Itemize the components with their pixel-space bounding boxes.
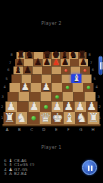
chess-board: 88♜♞♛♚♝♞♜77♟♟♟♟♟♟66♝♟55♝44♟♟3322♟♟♟♟♟♟11… xyxy=(0,52,103,132)
square-g6[interactable] xyxy=(71,67,81,75)
white-pawn-b4: ♟ xyxy=(21,82,30,92)
square-e8[interactable]: ♚ xyxy=(52,52,61,59)
capture-dot-h6[interactable] xyxy=(83,69,86,72)
board-rank-2: ♟♟♟♟♟♟ xyxy=(6,102,98,113)
rank-label-2: 2 xyxy=(99,105,101,109)
black-pawn-e7: ♟ xyxy=(52,58,59,66)
square-f2[interactable]: ♟ xyxy=(63,102,75,113)
black-bishop-f8: ♝ xyxy=(61,50,69,59)
square-c2[interactable]: ♟ xyxy=(29,102,41,113)
file-label-G: G xyxy=(78,128,83,133)
square-g4[interactable] xyxy=(73,83,84,92)
square-b8[interactable]: ♞ xyxy=(25,52,34,59)
square-a1[interactable]: ♜ xyxy=(4,112,16,124)
white-pawn-f2: ♟ xyxy=(64,101,74,112)
rank-label-5: 5 xyxy=(6,77,8,81)
black-pawn-b6: ♟ xyxy=(24,66,32,75)
white-knight-g1: ♞ xyxy=(76,111,87,124)
move-dot-e3[interactable] xyxy=(55,95,59,99)
square-b3[interactable] xyxy=(19,92,30,102)
square-g1[interactable]: ♞ xyxy=(76,112,88,124)
black-queen-d8: ♛ xyxy=(43,50,51,59)
white-pawn-h2: ♟ xyxy=(87,101,97,112)
square-f1[interactable]: ♝ xyxy=(64,112,76,124)
move-ply: 3 xyxy=(4,172,7,177)
move-dot-h4[interactable] xyxy=(87,86,91,90)
square-d4[interactable]: ♟ xyxy=(41,83,52,92)
square-h1[interactable]: ♜ xyxy=(88,112,100,124)
capture-dot-f6[interactable] xyxy=(64,69,67,72)
square-h6[interactable] xyxy=(80,67,90,75)
square-h7[interactable]: ♟ xyxy=(79,59,88,67)
square-c5[interactable] xyxy=(32,75,42,84)
black-pawn-c7: ♟ xyxy=(34,58,41,66)
square-h5[interactable] xyxy=(82,75,92,84)
square-e2[interactable]: ♟ xyxy=(52,102,64,113)
black-rook-h8: ♜ xyxy=(78,50,86,59)
rank-label-6: 6 xyxy=(7,69,9,73)
camera-slider-icon xyxy=(101,62,102,70)
file-label-E: E xyxy=(54,128,59,133)
square-a6[interactable]: ♝ xyxy=(13,67,23,75)
square-a8[interactable]: ♜ xyxy=(17,52,26,59)
white-knight-b1: ♞ xyxy=(16,111,27,124)
square-g2[interactable]: ♟ xyxy=(75,102,87,113)
rank-label-7: 7 xyxy=(90,61,92,65)
square-b2[interactable] xyxy=(17,102,29,113)
square-e7[interactable]: ♟ xyxy=(52,59,61,67)
pause-icon xyxy=(91,166,93,172)
white-pawn-d4: ♟ xyxy=(42,82,51,92)
rank-label-2: 2 xyxy=(1,105,3,109)
square-f5[interactable] xyxy=(62,75,72,84)
app-screen: Player 2 88♜♞♛♚♝♞♜77♟♟♟♟♟♟66♝♟55♝44♟♟332… xyxy=(0,0,103,183)
rank-label-8: 8 xyxy=(89,54,91,58)
white-pawn-g2: ♟ xyxy=(75,101,85,112)
square-f4[interactable] xyxy=(62,83,73,92)
white-queen-d1: ♛ xyxy=(40,111,51,124)
black-knight-b8: ♞ xyxy=(26,50,34,59)
board-rank-1: ♜♞♛♚♝♞♜ xyxy=(4,112,100,124)
file-label-H: H xyxy=(91,128,96,133)
black-bishop-a6: ♝ xyxy=(14,66,22,75)
square-d6[interactable] xyxy=(42,67,52,75)
move-dot-d2[interactable] xyxy=(44,105,48,109)
square-g5[interactable]: ♝ xyxy=(72,75,82,84)
square-c4[interactable] xyxy=(31,83,42,92)
square-d2[interactable] xyxy=(40,102,52,113)
board-rank-6: ♝♟ xyxy=(13,67,90,75)
square-a5[interactable] xyxy=(12,75,22,84)
square-c8[interactable] xyxy=(34,52,43,59)
square-g8[interactable]: ♞ xyxy=(69,52,78,59)
file-labels: ABCDEFGH xyxy=(0,128,103,133)
square-a3[interactable] xyxy=(8,92,19,102)
square-c1[interactable] xyxy=(28,112,40,124)
board-front-edge xyxy=(3,124,101,127)
square-g7[interactable] xyxy=(70,59,79,67)
square-f6[interactable] xyxy=(61,67,71,75)
square-a2[interactable]: ♟ xyxy=(6,102,18,113)
white-pawn-e2: ♟ xyxy=(52,101,62,112)
square-a7[interactable]: ♟ xyxy=(15,59,24,67)
square-a4[interactable] xyxy=(10,83,21,92)
square-b1[interactable]: ♞ xyxy=(16,112,28,124)
rank-label-4: 4 xyxy=(4,86,6,90)
white-rook-h1: ♜ xyxy=(88,111,99,124)
square-f7[interactable]: ♟ xyxy=(61,59,70,67)
square-h8[interactable]: ♜ xyxy=(78,52,87,59)
white-king-e1: ♚ xyxy=(52,111,63,124)
board-rank-4: ♟♟ xyxy=(10,83,94,92)
black-king-e8: ♚ xyxy=(52,50,60,59)
move-dot-c1[interactable] xyxy=(31,116,35,120)
rank-label-6: 6 xyxy=(92,69,94,73)
black-knight-g8: ♞ xyxy=(70,50,78,59)
square-f8[interactable]: ♝ xyxy=(60,52,69,59)
square-h4[interactable] xyxy=(83,83,94,92)
rank-label-3: 3 xyxy=(2,95,4,99)
board-rank-5: ♝ xyxy=(12,75,92,84)
white-rook-a1: ♜ xyxy=(4,111,15,124)
square-e6[interactable] xyxy=(52,67,62,75)
square-b6[interactable]: ♟ xyxy=(23,67,33,75)
move-row: 3♙B2-B4 xyxy=(4,172,64,177)
move-list[interactable]: 6♝C8-A65♗C1xG5(!)4♟G7-G53♙B2-B4 xyxy=(4,158,64,176)
file-label-D: D xyxy=(41,128,46,133)
square-h3[interactable] xyxy=(85,92,96,102)
square-c7[interactable]: ♟ xyxy=(33,59,42,67)
white-pawn-icon: ♙ xyxy=(9,172,13,177)
board-rank-7: ♟♟♟♟♟♟ xyxy=(15,59,88,67)
rank-label-5: 5 xyxy=(94,77,96,81)
player2-label: Player 2 xyxy=(0,21,103,26)
rank-label-8: 8 xyxy=(11,54,13,58)
file-label-A: A xyxy=(5,128,10,133)
square-d5[interactable] xyxy=(42,75,52,84)
rank-label-4: 4 xyxy=(96,86,98,90)
file-label-C: C xyxy=(29,128,34,133)
square-b4[interactable]: ♟ xyxy=(20,83,31,92)
square-d8[interactable]: ♛ xyxy=(43,52,52,59)
pause-button[interactable] xyxy=(82,160,97,175)
square-e3[interactable] xyxy=(52,92,63,102)
square-e4[interactable] xyxy=(52,83,63,92)
square-c3[interactable] xyxy=(30,92,41,102)
rank-label-7: 7 xyxy=(9,61,11,65)
black-pawn-h7: ♟ xyxy=(80,58,87,66)
square-b7[interactable] xyxy=(24,59,33,67)
square-g3[interactable] xyxy=(74,92,85,102)
board-rank-8: ♜♞♛♚♝♞♜ xyxy=(17,52,87,59)
white-pawn-a2: ♟ xyxy=(6,101,16,112)
file-label-B: B xyxy=(17,128,22,133)
rank-label-3: 3 xyxy=(98,95,100,99)
square-b5[interactable] xyxy=(22,75,32,84)
square-e5[interactable] xyxy=(52,75,62,84)
player1-label: Player 1 xyxy=(0,145,103,150)
file-label-F: F xyxy=(66,128,71,133)
white-pawn-c2: ♟ xyxy=(29,101,39,112)
move-annotation: (!) xyxy=(30,163,35,168)
square-d7[interactable]: ♟ xyxy=(42,59,51,67)
black-pawn-a7: ♟ xyxy=(16,58,23,66)
move-dot-f4[interactable] xyxy=(66,86,70,90)
camera-slider[interactable] xyxy=(99,56,103,75)
black-pawn-d7: ♟ xyxy=(43,58,50,66)
move-text: B2-B4 xyxy=(14,172,27,177)
black-pawn-f7: ♟ xyxy=(62,58,69,66)
square-e1[interactable]: ♚ xyxy=(52,112,64,124)
pause-icon xyxy=(88,166,90,172)
white-bishop-g5: ♝ xyxy=(72,74,80,83)
board-rank-3 xyxy=(8,92,96,102)
square-f3[interactable] xyxy=(63,92,74,102)
square-d3[interactable] xyxy=(41,92,52,102)
white-bishop-f1: ♝ xyxy=(64,111,75,124)
black-rook-a8: ♜ xyxy=(17,50,25,59)
square-c6[interactable] xyxy=(32,67,42,75)
square-h2[interactable]: ♟ xyxy=(86,102,98,113)
square-d1[interactable]: ♛ xyxy=(40,112,52,124)
